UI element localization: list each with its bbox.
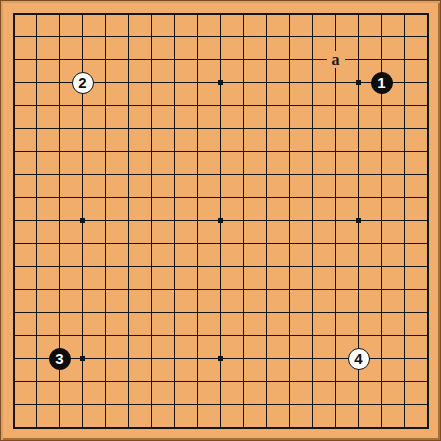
intersection-2-17 [25, 370, 48, 393]
intersection-15-5 [324, 94, 347, 117]
intersection-14-5 [301, 94, 324, 117]
intersection-9-3 [186, 48, 209, 71]
intersection-1-10 [2, 209, 25, 232]
intersection-10-14 [209, 301, 232, 324]
intersection-12-8 [255, 163, 278, 186]
intersection-13-17 [278, 370, 301, 393]
intersection-6-9 [117, 186, 140, 209]
intersection-2-9 [25, 186, 48, 209]
intersection-7-15 [140, 324, 163, 347]
intersection-3-19 [48, 416, 71, 439]
intersection-11-7 [232, 140, 255, 163]
intersection-13-13 [278, 278, 301, 301]
intersection-15-14 [324, 301, 347, 324]
intersection-17-12 [370, 255, 393, 278]
intersection-4-17 [71, 370, 94, 393]
intersection-5-5 [94, 94, 117, 117]
intersection-17-16 [370, 347, 393, 370]
intersection-3-1 [48, 2, 71, 25]
intersection-6-2 [117, 25, 140, 48]
intersection-11-12 [232, 255, 255, 278]
intersection-13-9 [278, 186, 301, 209]
intersection-3-2 [48, 25, 71, 48]
intersection-6-13 [117, 278, 140, 301]
intersection-11-9 [232, 186, 255, 209]
intersection-18-11 [393, 232, 416, 255]
intersection-2-15 [25, 324, 48, 347]
intersection-8-4 [163, 71, 186, 94]
intersection-11-16 [232, 347, 255, 370]
intersection-2-18 [25, 393, 48, 416]
intersection-9-1 [186, 2, 209, 25]
intersection-11-2 [232, 25, 255, 48]
intersection-5-18 [94, 393, 117, 416]
intersection-19-14 [416, 301, 439, 324]
intersection-11-15 [232, 324, 255, 347]
intersection-1-16 [2, 347, 25, 370]
intersection-13-2 [278, 25, 301, 48]
intersection-6-5 [117, 94, 140, 117]
intersection-16-3 [347, 48, 370, 71]
intersection-6-8 [117, 163, 140, 186]
intersection-3-6 [48, 117, 71, 140]
stone-black-1: 1 [371, 72, 393, 94]
intersection-5-14 [94, 301, 117, 324]
intersection-6-3 [117, 48, 140, 71]
intersection-11-8 [232, 163, 255, 186]
intersection-11-19 [232, 416, 255, 439]
intersection-18-9 [393, 186, 416, 209]
intersection-9-14 [186, 301, 209, 324]
hoshi-point [218, 80, 223, 85]
intersection-13-4 [278, 71, 301, 94]
intersection-8-7 [163, 140, 186, 163]
intersection-13-6 [278, 117, 301, 140]
intersection-7-18 [140, 393, 163, 416]
intersection-13-16 [278, 347, 301, 370]
intersection-13-18 [278, 393, 301, 416]
intersection-10-19 [209, 416, 232, 439]
intersection-18-10 [393, 209, 416, 232]
intersection-2-1 [25, 2, 48, 25]
intersection-12-13 [255, 278, 278, 301]
intersection-7-2 [140, 25, 163, 48]
intersection-9-5 [186, 94, 209, 117]
intersection-19-5 [416, 94, 439, 117]
intersection-14-11 [301, 232, 324, 255]
intersection-3-18 [48, 393, 71, 416]
intersection-14-1 [301, 2, 324, 25]
intersection-4-13 [71, 278, 94, 301]
intersection-5-11 [94, 232, 117, 255]
intersection-19-17 [416, 370, 439, 393]
intersection-12-9 [255, 186, 278, 209]
intersection-13-5 [278, 94, 301, 117]
intersection-1-6 [2, 117, 25, 140]
intersection-14-9 [301, 186, 324, 209]
intersection-3-12 [48, 255, 71, 278]
intersection-1-4 [2, 71, 25, 94]
intersection-16-6 [347, 117, 370, 140]
intersection-18-6 [393, 117, 416, 140]
intersection-13-8 [278, 163, 301, 186]
hoshi-point [356, 80, 361, 85]
intersection-7-6 [140, 117, 163, 140]
marker-a: a [327, 51, 345, 68]
intersection-4-18 [71, 393, 94, 416]
hoshi-point [356, 218, 361, 223]
stone-white-4: 4 [348, 348, 370, 370]
intersection-10-12 [209, 255, 232, 278]
intersection-15-7 [324, 140, 347, 163]
intersection-17-10 [370, 209, 393, 232]
intersection-5-8 [94, 163, 117, 186]
intersection-19-4 [416, 71, 439, 94]
intersection-12-12 [255, 255, 278, 278]
intersection-19-13 [416, 278, 439, 301]
intersection-5-13 [94, 278, 117, 301]
intersection-12-11 [255, 232, 278, 255]
intersection-16-15 [347, 324, 370, 347]
intersection-19-15 [416, 324, 439, 347]
intersection-10-5 [209, 94, 232, 117]
intersection-1-14 [2, 301, 25, 324]
intersection-2-11 [25, 232, 48, 255]
intersection-12-1 [255, 2, 278, 25]
intersection-1-9 [2, 186, 25, 209]
intersection-7-9 [140, 186, 163, 209]
intersection-4-12 [71, 255, 94, 278]
intersection-14-19 [301, 416, 324, 439]
intersection-16-12 [347, 255, 370, 278]
intersection-18-1 [393, 2, 416, 25]
intersection-12-10 [255, 209, 278, 232]
intersection-12-15 [255, 324, 278, 347]
intersection-4-1 [71, 2, 94, 25]
intersection-7-10 [140, 209, 163, 232]
intersection-2-14 [25, 301, 48, 324]
hoshi-point [218, 218, 223, 223]
intersection-3-3 [48, 48, 71, 71]
intersection-11-3 [232, 48, 255, 71]
intersection-17-8 [370, 163, 393, 186]
intersection-7-5 [140, 94, 163, 117]
intersection-18-12 [393, 255, 416, 278]
intersection-8-9 [163, 186, 186, 209]
intersection-6-11 [117, 232, 140, 255]
intersection-5-3 [94, 48, 117, 71]
intersection-1-12 [2, 255, 25, 278]
intersection-18-14 [393, 301, 416, 324]
intersection-17-2 [370, 25, 393, 48]
intersection-19-1 [416, 2, 439, 25]
intersection-3-9 [48, 186, 71, 209]
intersection-11-5 [232, 94, 255, 117]
intersection-18-16 [393, 347, 416, 370]
intersection-14-8 [301, 163, 324, 186]
intersection-7-4 [140, 71, 163, 94]
intersection-15-11 [324, 232, 347, 255]
intersection-7-17 [140, 370, 163, 393]
intersection-13-19 [278, 416, 301, 439]
intersection-7-1 [140, 2, 163, 25]
intersection-15-4 [324, 71, 347, 94]
intersection-17-13 [370, 278, 393, 301]
intersection-19-18 [416, 393, 439, 416]
intersection-9-9 [186, 186, 209, 209]
intersection-9-8 [186, 163, 209, 186]
intersection-10-15 [209, 324, 232, 347]
intersection-19-9 [416, 186, 439, 209]
intersection-2-19 [25, 416, 48, 439]
intersection-6-7 [117, 140, 140, 163]
intersection-18-18 [393, 393, 416, 416]
intersection-17-5 [370, 94, 393, 117]
intersection-14-14 [301, 301, 324, 324]
intersection-9-12 [186, 255, 209, 278]
intersection-5-7 [94, 140, 117, 163]
intersection-3-10 [48, 209, 71, 232]
intersection-19-6 [416, 117, 439, 140]
intersection-1-19 [2, 416, 25, 439]
intersection-16-13 [347, 278, 370, 301]
intersection-9-6 [186, 117, 209, 140]
stone-white-2: 2 [72, 72, 94, 94]
intersection-2-4 [25, 71, 48, 94]
intersection-8-8 [163, 163, 186, 186]
intersection-10-18 [209, 393, 232, 416]
intersection-15-19 [324, 416, 347, 439]
intersection-13-7 [278, 140, 301, 163]
intersection-9-13 [186, 278, 209, 301]
intersection-16-9 [347, 186, 370, 209]
intersection-19-2 [416, 25, 439, 48]
intersection-8-12 [163, 255, 186, 278]
intersection-17-17 [370, 370, 393, 393]
intersection-16-8 [347, 163, 370, 186]
intersection-8-1 [163, 2, 186, 25]
intersection-11-13 [232, 278, 255, 301]
intersection-12-16 [255, 347, 278, 370]
intersection-11-14 [232, 301, 255, 324]
intersection-8-18 [163, 393, 186, 416]
intersection-18-3 [393, 48, 416, 71]
intersection-8-6 [163, 117, 186, 140]
intersection-12-5 [255, 94, 278, 117]
intersection-16-18 [347, 393, 370, 416]
intersection-9-4 [186, 71, 209, 94]
intersection-11-17 [232, 370, 255, 393]
intersection-1-15 [2, 324, 25, 347]
intersection-1-18 [2, 393, 25, 416]
intersection-3-7 [48, 140, 71, 163]
intersection-3-8 [48, 163, 71, 186]
intersection-18-19 [393, 416, 416, 439]
intersection-2-10 [25, 209, 48, 232]
intersection-13-15 [278, 324, 301, 347]
intersection-11-10 [232, 209, 255, 232]
intersection-17-18 [370, 393, 393, 416]
intersection-6-14 [117, 301, 140, 324]
intersection-2-8 [25, 163, 48, 186]
intersection-13-10 [278, 209, 301, 232]
intersection-10-8 [209, 163, 232, 186]
intersection-8-19 [163, 416, 186, 439]
intersection-12-2 [255, 25, 278, 48]
intersection-2-7 [25, 140, 48, 163]
intersection-4-14 [71, 301, 94, 324]
intersection-17-9 [370, 186, 393, 209]
intersection-2-16 [25, 347, 48, 370]
intersection-1-13 [2, 278, 25, 301]
intersection-1-1 [2, 2, 25, 25]
intersection-3-11 [48, 232, 71, 255]
intersection-18-2 [393, 25, 416, 48]
intersection-14-10 [301, 209, 324, 232]
intersection-6-15 [117, 324, 140, 347]
intersection-5-16 [94, 347, 117, 370]
intersection-1-2 [2, 25, 25, 48]
intersection-10-3 [209, 48, 232, 71]
intersection-14-6 [301, 117, 324, 140]
intersection-15-2 [324, 25, 347, 48]
intersection-4-19 [71, 416, 94, 439]
intersection-6-6 [117, 117, 140, 140]
intersection-11-4 [232, 71, 255, 94]
intersection-14-2 [301, 25, 324, 48]
intersection-15-9 [324, 186, 347, 209]
intersection-5-6 [94, 117, 117, 140]
intersection-6-16 [117, 347, 140, 370]
intersection-14-15 [301, 324, 324, 347]
hoshi-point [218, 356, 223, 361]
intersection-8-15 [163, 324, 186, 347]
intersection-1-17 [2, 370, 25, 393]
intersection-19-3 [416, 48, 439, 71]
intersection-9-19 [186, 416, 209, 439]
intersection-9-10 [186, 209, 209, 232]
intersection-4-6 [71, 117, 94, 140]
intersection-7-12 [140, 255, 163, 278]
intersection-1-7 [2, 140, 25, 163]
intersection-7-13 [140, 278, 163, 301]
intersection-6-12 [117, 255, 140, 278]
intersection-4-5 [71, 94, 94, 117]
intersection-10-7 [209, 140, 232, 163]
intersection-14-17 [301, 370, 324, 393]
intersection-17-7 [370, 140, 393, 163]
intersection-8-17 [163, 370, 186, 393]
intersection-14-3 [301, 48, 324, 71]
intersection-12-14 [255, 301, 278, 324]
intersection-6-19 [117, 416, 140, 439]
intersection-5-9 [94, 186, 117, 209]
intersection-9-17 [186, 370, 209, 393]
intersection-15-18 [324, 393, 347, 416]
intersection-10-17 [209, 370, 232, 393]
intersection-3-15 [48, 324, 71, 347]
intersection-18-17 [393, 370, 416, 393]
intersection-16-7 [347, 140, 370, 163]
intersection-11-18 [232, 393, 255, 416]
hoshi-point [80, 218, 85, 223]
intersection-17-3 [370, 48, 393, 71]
intersection-4-2 [71, 25, 94, 48]
intersection-8-5 [163, 94, 186, 117]
intersection-11-6 [232, 117, 255, 140]
intersection-15-1 [324, 2, 347, 25]
intersection-4-11 [71, 232, 94, 255]
intersection-9-18 [186, 393, 209, 416]
intersection-15-13 [324, 278, 347, 301]
intersection-2-3 [25, 48, 48, 71]
intersection-13-12 [278, 255, 301, 278]
intersection-12-19 [255, 416, 278, 439]
intersection-6-1 [117, 2, 140, 25]
intersection-3-4 [48, 71, 71, 94]
intersection-12-3 [255, 48, 278, 71]
hoshi-point [80, 356, 85, 361]
intersection-9-15 [186, 324, 209, 347]
intersection-13-11 [278, 232, 301, 255]
intersection-16-1 [347, 2, 370, 25]
intersection-13-1 [278, 2, 301, 25]
intersection-8-11 [163, 232, 186, 255]
intersection-15-16 [324, 347, 347, 370]
intersection-15-8 [324, 163, 347, 186]
intersection-6-17 [117, 370, 140, 393]
intersection-19-11 [416, 232, 439, 255]
intersection-17-6 [370, 117, 393, 140]
intersection-13-14 [278, 301, 301, 324]
intersection-7-11 [140, 232, 163, 255]
stone-black-3: 3 [49, 348, 71, 370]
intersection-7-19 [140, 416, 163, 439]
intersection-12-7 [255, 140, 278, 163]
intersection-2-5 [25, 94, 48, 117]
intersection-1-5 [2, 94, 25, 117]
intersection-15-6 [324, 117, 347, 140]
intersection-1-8 [2, 163, 25, 186]
intersection-11-11 [232, 232, 255, 255]
intersection-10-6 [209, 117, 232, 140]
intersection-2-12 [25, 255, 48, 278]
intersection-11-1 [232, 2, 255, 25]
intersection-19-10 [416, 209, 439, 232]
intersection-13-3 [278, 48, 301, 71]
intersection-15-12 [324, 255, 347, 278]
intersection-3-14 [48, 301, 71, 324]
intersection-14-16 [301, 347, 324, 370]
intersection-16-17 [347, 370, 370, 393]
intersection-10-9 [209, 186, 232, 209]
intersection-1-11 [2, 232, 25, 255]
intersection-5-12 [94, 255, 117, 278]
intersection-8-13 [163, 278, 186, 301]
intersection-14-4 [301, 71, 324, 94]
intersection-16-14 [347, 301, 370, 324]
go-board-diagram: a1234 [0, 0, 441, 441]
intersection-14-7 [301, 140, 324, 163]
intersection-12-4 [255, 71, 278, 94]
intersection-4-3 [71, 48, 94, 71]
intersection-5-4 [94, 71, 117, 94]
intersection-16-19 [347, 416, 370, 439]
intersection-18-13 [393, 278, 416, 301]
intersection-6-18 [117, 393, 140, 416]
intersection-17-1 [370, 2, 393, 25]
intersection-16-11 [347, 232, 370, 255]
